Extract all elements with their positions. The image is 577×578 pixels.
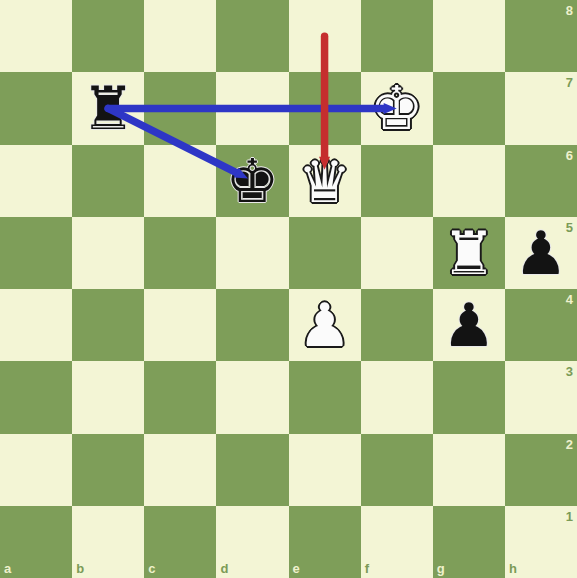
- square-g4[interactable]: ♟: [433, 289, 505, 361]
- square-e8[interactable]: [289, 0, 361, 72]
- square-c2[interactable]: [144, 434, 216, 506]
- square-h7[interactable]: 7: [505, 72, 577, 144]
- square-b4[interactable]: [72, 289, 144, 361]
- square-e4[interactable]: ♟: [289, 289, 361, 361]
- square-h8[interactable]: 8: [505, 0, 577, 72]
- rank-label-2: 2: [566, 438, 573, 451]
- square-c6[interactable]: [144, 145, 216, 217]
- white-rook-g5[interactable]: ♜: [433, 217, 505, 289]
- rank-label-1: 1: [566, 510, 573, 523]
- square-a4[interactable]: [0, 289, 72, 361]
- square-b3[interactable]: [72, 361, 144, 433]
- black-pawn-h5[interactable]: ♟: [505, 217, 577, 289]
- square-c5[interactable]: [144, 217, 216, 289]
- black-pawn-g4[interactable]: ♟: [433, 289, 505, 361]
- square-b6[interactable]: [72, 145, 144, 217]
- file-label-h: h: [509, 562, 517, 575]
- file-label-e: e: [293, 562, 300, 575]
- white-pawn-e4[interactable]: ♟: [289, 289, 361, 361]
- square-d7[interactable]: [216, 72, 288, 144]
- square-h1[interactable]: 1h: [505, 506, 577, 578]
- square-d3[interactable]: [216, 361, 288, 433]
- square-e2[interactable]: [289, 434, 361, 506]
- square-e6[interactable]: ♛: [289, 145, 361, 217]
- square-f7[interactable]: ♚: [361, 72, 433, 144]
- square-a6[interactable]: [0, 145, 72, 217]
- square-d8[interactable]: [216, 0, 288, 72]
- square-g1[interactable]: g: [433, 506, 505, 578]
- rank-label-4: 4: [566, 293, 573, 306]
- file-label-a: a: [4, 562, 11, 575]
- square-d1[interactable]: d: [216, 506, 288, 578]
- black-rook-b7[interactable]: ♜: [72, 72, 144, 144]
- square-h6[interactable]: 6: [505, 145, 577, 217]
- square-e1[interactable]: e: [289, 506, 361, 578]
- file-label-c: c: [148, 562, 155, 575]
- square-b8[interactable]: [72, 0, 144, 72]
- square-g7[interactable]: [433, 72, 505, 144]
- square-e3[interactable]: [289, 361, 361, 433]
- square-h2[interactable]: 2: [505, 434, 577, 506]
- square-c4[interactable]: [144, 289, 216, 361]
- white-queen-e6[interactable]: ♛: [289, 145, 361, 217]
- square-f3[interactable]: [361, 361, 433, 433]
- square-h3[interactable]: 3: [505, 361, 577, 433]
- square-d6[interactable]: ♚: [216, 145, 288, 217]
- square-d4[interactable]: [216, 289, 288, 361]
- square-g8[interactable]: [433, 0, 505, 72]
- square-a8[interactable]: [0, 0, 72, 72]
- square-g2[interactable]: [433, 434, 505, 506]
- square-h5[interactable]: 5♟: [505, 217, 577, 289]
- square-f6[interactable]: [361, 145, 433, 217]
- square-c8[interactable]: [144, 0, 216, 72]
- square-f4[interactable]: [361, 289, 433, 361]
- square-f5[interactable]: [361, 217, 433, 289]
- file-label-f: f: [365, 562, 369, 575]
- square-g5[interactable]: ♜: [433, 217, 505, 289]
- square-f1[interactable]: f: [361, 506, 433, 578]
- square-d5[interactable]: [216, 217, 288, 289]
- file-label-d: d: [220, 562, 228, 575]
- square-b2[interactable]: [72, 434, 144, 506]
- square-c1[interactable]: c: [144, 506, 216, 578]
- square-e7[interactable]: [289, 72, 361, 144]
- rank-label-8: 8: [566, 4, 573, 17]
- square-g3[interactable]: [433, 361, 505, 433]
- square-b7[interactable]: ♜: [72, 72, 144, 144]
- white-king-f7[interactable]: ♚: [361, 72, 433, 144]
- square-g6[interactable]: [433, 145, 505, 217]
- square-a3[interactable]: [0, 361, 72, 433]
- square-f2[interactable]: [361, 434, 433, 506]
- square-e5[interactable]: [289, 217, 361, 289]
- rank-label-3: 3: [566, 365, 573, 378]
- rank-label-7: 7: [566, 76, 573, 89]
- chess-board: 8♜♚7♚♛6♜5♟♟♟432abcdefg1h: [0, 0, 577, 578]
- square-a2[interactable]: [0, 434, 72, 506]
- square-d2[interactable]: [216, 434, 288, 506]
- square-c3[interactable]: [144, 361, 216, 433]
- square-a5[interactable]: [0, 217, 72, 289]
- square-a7[interactable]: [0, 72, 72, 144]
- square-f8[interactable]: [361, 0, 433, 72]
- file-label-g: g: [437, 562, 445, 575]
- square-c7[interactable]: [144, 72, 216, 144]
- file-label-b: b: [76, 562, 84, 575]
- square-b5[interactable]: [72, 217, 144, 289]
- square-h4[interactable]: 4: [505, 289, 577, 361]
- black-king-d6[interactable]: ♚: [216, 145, 288, 217]
- rank-label-6: 6: [566, 149, 573, 162]
- square-a1[interactable]: a: [0, 506, 72, 578]
- square-b1[interactable]: b: [72, 506, 144, 578]
- chess-board-container: 8♜♚7♚♛6♜5♟♟♟432abcdefg1h: [0, 0, 577, 578]
